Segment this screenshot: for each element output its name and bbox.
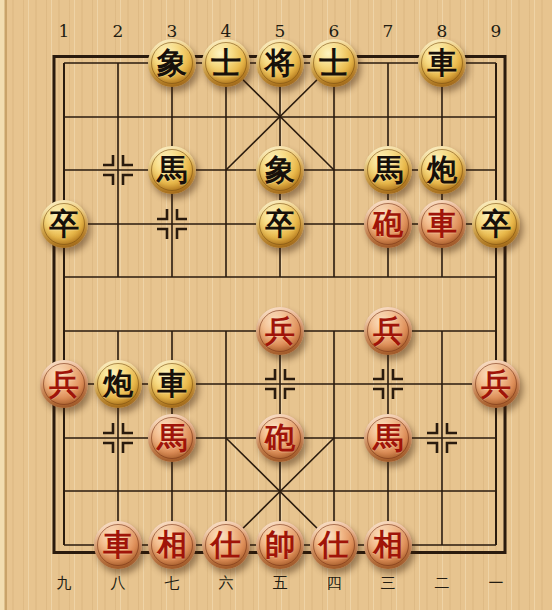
piece-glyph: 卒 [265,200,295,248]
file-label-bottom: 三 [361,574,415,593]
piece-glyph: 士 [319,39,349,87]
piece-glyph: 兵 [481,360,511,408]
piece-glyph: 車 [427,200,457,248]
piece-glyph: 馬 [157,146,187,194]
board-grid [0,0,552,610]
piece-black-chariot[interactable]: 車 [418,39,466,87]
piece-red-elephant[interactable]: 相 [364,521,412,569]
piece-red-horse[interactable]: 馬 [148,414,196,462]
xiangqi-board: 123456789九八七六五四三二一象士将士車馬象馬炮卒卒砲車卒兵兵兵炮車兵馬砲… [0,0,552,610]
piece-glyph: 帥 [265,521,295,569]
piece-black-soldier[interactable]: 卒 [472,200,520,248]
piece-glyph: 車 [427,39,457,87]
piece-red-elephant[interactable]: 相 [148,521,196,569]
piece-red-chariot[interactable]: 車 [94,521,142,569]
piece-red-chariot[interactable]: 車 [418,200,466,248]
piece-black-horse[interactable]: 馬 [364,146,412,194]
piece-glyph: 車 [103,521,133,569]
file-label-top: 3 [145,21,199,41]
piece-glyph: 象 [265,146,295,194]
piece-red-advisor[interactable]: 仕 [310,521,358,569]
piece-glyph: 兵 [265,307,295,355]
piece-black-general[interactable]: 将 [256,39,304,87]
piece-glyph: 砲 [265,414,295,462]
piece-glyph: 将 [265,39,295,87]
file-label-top: 8 [415,21,469,41]
piece-red-horse[interactable]: 馬 [364,414,412,462]
piece-black-advisor[interactable]: 士 [202,39,250,87]
piece-glyph: 砲 [373,200,403,248]
piece-glyph: 馬 [373,414,403,462]
file-label-top: 4 [199,21,253,41]
piece-glyph: 相 [373,521,403,569]
piece-glyph: 兵 [49,360,79,408]
piece-glyph: 相 [157,521,187,569]
piece-red-soldier[interactable]: 兵 [256,307,304,355]
piece-glyph: 卒 [49,200,79,248]
piece-red-soldier[interactable]: 兵 [364,307,412,355]
piece-glyph: 炮 [427,146,457,194]
file-label-bottom: 七 [145,574,199,593]
file-label-bottom: 八 [91,574,145,593]
piece-glyph: 士 [211,39,241,87]
piece-black-elephant[interactable]: 象 [256,146,304,194]
piece-red-cannon[interactable]: 砲 [256,414,304,462]
piece-glyph: 馬 [157,414,187,462]
piece-glyph: 仕 [211,521,241,569]
file-label-top: 7 [361,21,415,41]
file-label-bottom: 四 [307,574,361,593]
piece-glyph: 仕 [319,521,349,569]
file-label-top: 5 [253,21,307,41]
file-label-top: 6 [307,21,361,41]
piece-glyph: 象 [157,39,187,87]
piece-glyph: 車 [157,360,187,408]
file-label-top: 9 [469,21,523,41]
piece-glyph: 卒 [481,200,511,248]
piece-black-soldier[interactable]: 卒 [40,200,88,248]
file-label-top: 1 [37,21,91,41]
piece-black-elephant[interactable]: 象 [148,39,196,87]
piece-black-advisor[interactable]: 士 [310,39,358,87]
piece-red-soldier[interactable]: 兵 [472,360,520,408]
piece-black-horse[interactable]: 馬 [148,146,196,194]
file-label-bottom: 五 [253,574,307,593]
piece-red-cannon[interactable]: 砲 [364,200,412,248]
piece-black-soldier[interactable]: 卒 [256,200,304,248]
piece-red-advisor[interactable]: 仕 [202,521,250,569]
piece-red-general[interactable]: 帥 [256,521,304,569]
piece-black-chariot[interactable]: 車 [148,360,196,408]
file-label-bottom: 六 [199,574,253,593]
piece-black-cannon[interactable]: 炮 [418,146,466,194]
file-label-bottom: 一 [469,574,523,593]
piece-red-soldier[interactable]: 兵 [40,360,88,408]
piece-glyph: 炮 [103,360,133,408]
piece-glyph: 兵 [373,307,403,355]
file-label-top: 2 [91,21,145,41]
file-label-bottom: 二 [415,574,469,593]
file-label-bottom: 九 [37,574,91,593]
piece-black-cannon[interactable]: 炮 [94,360,142,408]
piece-glyph: 馬 [373,146,403,194]
